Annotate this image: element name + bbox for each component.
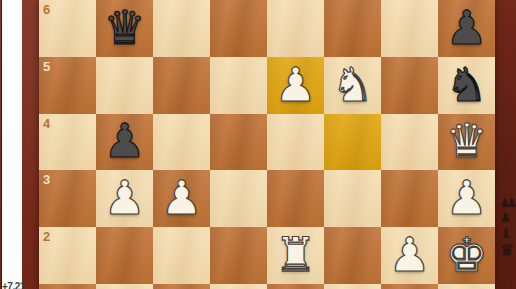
square-e6[interactable] <box>267 0 324 57</box>
rank-label-2: 2 <box>43 229 50 244</box>
square-f5[interactable]: ♞ <box>324 57 381 114</box>
square-c6[interactable] <box>153 0 210 57</box>
square-e1[interactable] <box>267 284 324 289</box>
square-h5[interactable]: ♞ <box>438 57 495 114</box>
evaluation-score: +7.21 <box>2 281 22 289</box>
board-grid: 6♛♟5♟♞♞4♟♛3♟♟♟2♜♟♚ <box>39 0 495 289</box>
piece-bN-h5[interactable]: ♞ <box>445 61 487 108</box>
piece-wN-f5[interactable]: ♞ <box>331 61 373 108</box>
piece-wP-b3[interactable]: ♟ <box>103 174 145 221</box>
square-h3[interactable]: ♟ <box>438 170 495 227</box>
piece-bP-b4[interactable]: ♟ <box>103 117 145 164</box>
piece-wR-e2[interactable]: ♜ <box>274 231 316 278</box>
square-h2[interactable]: ♚ <box>438 227 495 284</box>
square-d4[interactable] <box>210 114 267 171</box>
piece-bP-h6[interactable]: ♟ <box>445 4 487 51</box>
square-b1[interactable] <box>96 284 153 289</box>
chess-board: 6♛♟5♟♞♞4♟♛3♟♟♟2♜♟♚ <box>39 0 495 289</box>
rank-label-3: 3 <box>43 172 50 187</box>
captured-piece-glyph: ♟♟♟ <box>500 197 516 208</box>
piece-wP-g2[interactable]: ♟ <box>388 231 430 278</box>
square-d3[interactable] <box>210 170 267 227</box>
square-e5[interactable]: ♟ <box>267 57 324 114</box>
square-b2[interactable] <box>96 227 153 284</box>
square-d2[interactable] <box>210 227 267 284</box>
captured-piece-glyph: ♛ <box>500 242 514 258</box>
square-f4[interactable] <box>324 114 381 171</box>
square-a1[interactable] <box>39 284 96 289</box>
square-c1[interactable] <box>153 284 210 289</box>
square-a6[interactable]: 6 <box>39 0 96 57</box>
square-e2[interactable]: ♜ <box>267 227 324 284</box>
captured-piece-glyph: ♟ <box>500 211 511 223</box>
square-f1[interactable] <box>324 284 381 289</box>
square-d1[interactable] <box>210 284 267 289</box>
square-b6[interactable]: ♛ <box>96 0 153 57</box>
piece-wP-h3[interactable]: ♟ <box>445 174 487 221</box>
piece-wP-e5[interactable]: ♟ <box>274 61 316 108</box>
square-f2[interactable] <box>324 227 381 284</box>
square-e4[interactable] <box>267 114 324 171</box>
square-h4[interactable]: ♛ <box>438 114 495 171</box>
square-c2[interactable] <box>153 227 210 284</box>
square-g2[interactable]: ♟ <box>381 227 438 284</box>
square-g1[interactable] <box>381 284 438 289</box>
chess-app-frame: +7.21 6♛♟5♟♞♞4♟♛3♟♟♟2♜♟♚ ♟♟♟♟♝♛ <box>0 0 516 289</box>
rank-label-4: 4 <box>43 116 50 131</box>
piece-wP-c3[interactable]: ♟ <box>160 174 202 221</box>
piece-wQ-h4[interactable]: ♛ <box>445 117 487 164</box>
rank-label-5: 5 <box>43 59 50 74</box>
square-e3[interactable] <box>267 170 324 227</box>
captured-pieces-tray: ♟♟♟♟♝♛ <box>500 197 516 258</box>
square-a3[interactable]: 3 <box>39 170 96 227</box>
square-b3[interactable]: ♟ <box>96 170 153 227</box>
square-g3[interactable] <box>381 170 438 227</box>
square-g4[interactable] <box>381 114 438 171</box>
square-a2[interactable]: 2 <box>39 227 96 284</box>
square-c5[interactable] <box>153 57 210 114</box>
square-h6[interactable]: ♟ <box>438 0 495 57</box>
piece-bQ-b6[interactable]: ♛ <box>103 4 145 51</box>
square-f3[interactable] <box>324 170 381 227</box>
square-a4[interactable]: 4 <box>39 114 96 171</box>
square-b5[interactable] <box>96 57 153 114</box>
captured-piece-glyph: ♝ <box>500 226 512 239</box>
square-h1[interactable] <box>438 284 495 289</box>
square-g5[interactable] <box>381 57 438 114</box>
square-c3[interactable]: ♟ <box>153 170 210 227</box>
square-d6[interactable] <box>210 0 267 57</box>
square-b4[interactable]: ♟ <box>96 114 153 171</box>
square-a5[interactable]: 5 <box>39 57 96 114</box>
square-g6[interactable] <box>381 0 438 57</box>
rank-label-6: 6 <box>43 2 50 17</box>
square-f6[interactable] <box>324 0 381 57</box>
square-c4[interactable] <box>153 114 210 171</box>
evaluation-bar: +7.21 <box>1 0 22 289</box>
square-d5[interactable] <box>210 57 267 114</box>
piece-wK-h2[interactable]: ♚ <box>445 231 487 278</box>
